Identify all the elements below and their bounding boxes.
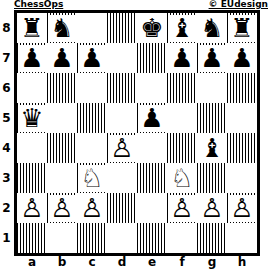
black-bishop[interactable]: ♝ (169, 15, 194, 42)
square-g5[interactable] (197, 103, 227, 133)
rank-label-3: 3 (0, 163, 13, 193)
square-f5[interactable] (167, 103, 197, 133)
rank-label-2: 2 (0, 193, 13, 223)
square-b2[interactable]: ♙ (47, 193, 77, 223)
square-g7[interactable]: ♟ (197, 43, 227, 73)
square-d2[interactable] (107, 193, 137, 223)
black-knight[interactable]: ♞ (199, 15, 224, 42)
black-pawn[interactable]: ♟ (79, 45, 104, 72)
file-label-e: e (137, 256, 167, 269)
square-f7[interactable]: ♟ (167, 43, 197, 73)
square-b6[interactable] (47, 73, 77, 103)
file-label-g: g (197, 256, 227, 269)
rank-label-1: 1 (0, 223, 13, 253)
file-label-a: a (17, 256, 47, 269)
rank-label-6: 6 (0, 73, 13, 103)
square-f1[interactable] (167, 223, 197, 253)
square-e3[interactable] (137, 163, 167, 193)
black-pawn[interactable]: ♟ (139, 105, 164, 132)
square-f6[interactable] (167, 73, 197, 103)
square-e1[interactable] (137, 223, 167, 253)
square-h2[interactable]: ♙ (227, 193, 257, 223)
square-g8[interactable]: ♞ (197, 13, 227, 43)
rank-label-4: 4 (0, 133, 13, 163)
white-knight[interactable]: ♘ (169, 165, 194, 192)
white-pawn[interactable]: ♙ (109, 135, 134, 162)
square-a4[interactable] (17, 133, 47, 163)
square-a2[interactable]: ♙ (17, 193, 47, 223)
square-d8[interactable] (107, 13, 137, 43)
square-b7[interactable]: ♟ (47, 43, 77, 73)
square-a3[interactable] (17, 163, 47, 193)
square-a7[interactable]: ♟ (17, 43, 47, 73)
black-knight[interactable]: ♞ (49, 15, 74, 42)
square-c7[interactable]: ♟ (77, 43, 107, 73)
black-bishop[interactable]: ♝ (199, 135, 224, 162)
square-c4[interactable] (77, 133, 107, 163)
white-pawn[interactable]: ♙ (199, 195, 224, 222)
header: ChessOps © EUdesign (14, 0, 268, 9)
white-pawn[interactable]: ♙ (49, 195, 74, 222)
white-knight[interactable]: ♘ (79, 165, 104, 192)
rank-label-8: 8 (0, 13, 13, 43)
black-queen[interactable]: ♛ (19, 105, 44, 132)
black-pawn[interactable]: ♟ (169, 45, 194, 72)
square-b3[interactable] (47, 163, 77, 193)
rank-label-5: 5 (0, 103, 13, 133)
square-g2[interactable]: ♙ (197, 193, 227, 223)
black-pawn[interactable]: ♟ (19, 45, 44, 72)
square-f3[interactable]: ♘ (167, 163, 197, 193)
square-h8[interactable]: ♜ (227, 13, 257, 43)
black-pawn[interactable]: ♟ (199, 45, 224, 72)
square-b8[interactable]: ♞ (47, 13, 77, 43)
square-a1[interactable] (17, 223, 47, 253)
square-d5[interactable] (107, 103, 137, 133)
square-c8[interactable] (77, 13, 107, 43)
square-h1[interactable] (227, 223, 257, 253)
square-a6[interactable] (17, 73, 47, 103)
file-label-c: c (77, 256, 107, 269)
square-c2[interactable]: ♙ (77, 193, 107, 223)
white-pawn[interactable]: ♙ (169, 195, 194, 222)
square-d3[interactable] (107, 163, 137, 193)
square-c1[interactable] (77, 223, 107, 253)
black-pawn[interactable]: ♟ (229, 45, 254, 72)
square-h4[interactable] (227, 133, 257, 163)
chess-board: ♜♞♚♝♞♜♟♟♟♟♟♟♛♟♙♝♘♘♙♙♙♙♙♙ (14, 10, 260, 256)
square-h6[interactable] (227, 73, 257, 103)
square-e7[interactable] (137, 43, 167, 73)
file-label-h: h (227, 256, 257, 269)
square-a8[interactable]: ♜ (17, 13, 47, 43)
square-h5[interactable] (227, 103, 257, 133)
white-pawn[interactable]: ♙ (19, 195, 44, 222)
square-e8[interactable]: ♚ (137, 13, 167, 43)
square-d6[interactable] (107, 73, 137, 103)
square-e4[interactable] (137, 133, 167, 163)
square-d1[interactable] (107, 223, 137, 253)
square-g1[interactable] (197, 223, 227, 253)
square-g6[interactable] (197, 73, 227, 103)
credit-link[interactable]: © EUdesign (209, 0, 268, 9)
chess-diagram: ChessOps © EUdesign ♜♞♚♝♞♜♟♟♟♟♟♟♛♟♙♝♘♘♙♙… (0, 0, 270, 270)
square-g3[interactable] (197, 163, 227, 193)
square-f2[interactable]: ♙ (167, 193, 197, 223)
square-e5[interactable]: ♟ (137, 103, 167, 133)
square-d7[interactable] (107, 43, 137, 73)
square-h7[interactable]: ♟ (227, 43, 257, 73)
square-f4[interactable] (167, 133, 197, 163)
rank-label-7: 7 (0, 43, 13, 73)
square-c3[interactable]: ♘ (77, 163, 107, 193)
square-d4[interactable]: ♙ (107, 133, 137, 163)
square-c6[interactable] (77, 73, 107, 103)
square-e2[interactable] (137, 193, 167, 223)
white-pawn[interactable]: ♙ (79, 195, 104, 222)
file-label-b: b (47, 256, 77, 269)
app-title: ChessOps (14, 0, 63, 9)
square-a5[interactable]: ♛ (17, 103, 47, 133)
square-f8[interactable]: ♝ (167, 13, 197, 43)
square-g4[interactable]: ♝ (197, 133, 227, 163)
black-pawn[interactable]: ♟ (49, 45, 74, 72)
black-rook[interactable]: ♜ (229, 15, 254, 42)
square-h3[interactable] (227, 163, 257, 193)
file-label-f: f (167, 256, 197, 269)
square-e6[interactable] (137, 73, 167, 103)
white-pawn[interactable]: ♙ (229, 195, 254, 222)
black-rook[interactable]: ♜ (19, 15, 44, 42)
square-b4[interactable] (47, 133, 77, 163)
square-b5[interactable] (47, 103, 77, 133)
file-label-d: d (107, 256, 137, 269)
square-b1[interactable] (47, 223, 77, 253)
black-king[interactable]: ♚ (139, 15, 164, 42)
square-c5[interactable] (77, 103, 107, 133)
